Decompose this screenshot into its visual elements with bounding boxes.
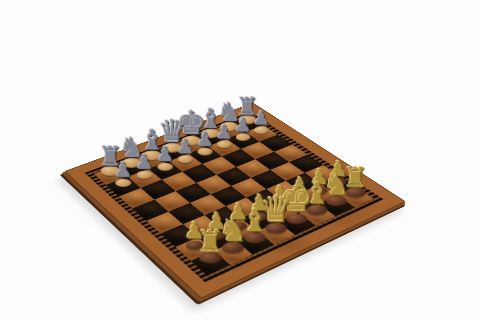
rook-icon: ♜: [190, 226, 230, 256]
photo-background: ♜♟♟♜♞♟♟♞♝♟♟♝♚♟♟♚♛♟♟♛♝♟♟♝♞♟♟♞♜♟♟♜: [0, 0, 480, 320]
scene: ♜♟♟♜♞♟♟♞♝♟♟♝♚♟♟♚♛♟♟♛♝♟♟♝♞♟♟♞♜♟♟♜: [0, 0, 480, 320]
pawn-icon: ♟: [105, 159, 141, 180]
chess-board[interactable]: ♜♟♟♜♞♟♟♞♝♟♟♝♚♟♟♚♛♟♟♛♝♟♟♝♞♟♟♞♜♟♟♜: [64, 103, 405, 299]
